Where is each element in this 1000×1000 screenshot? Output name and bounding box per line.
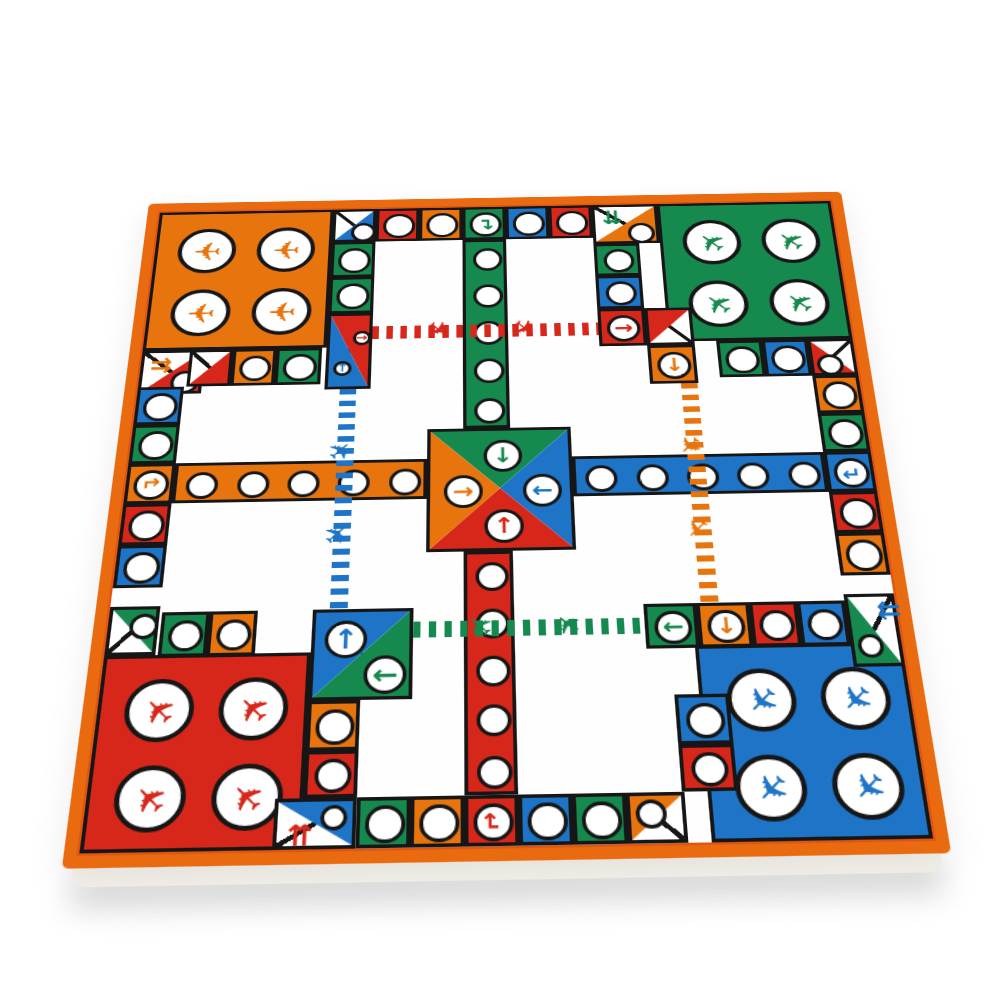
arrow-icon: ↴ [483,810,505,835]
spot-circle [477,705,512,737]
spot-circle [142,393,179,421]
home-stretch-red [464,551,519,796]
spot-circle [585,465,618,492]
track-cell-orange [230,348,277,385]
spot-circle [365,805,405,843]
track-cell-green [572,793,629,845]
plane-icon-orange: ✈ [266,298,296,325]
corner-triangle-blue [332,209,377,242]
spot-circle [736,462,771,489]
corner-triangle-red [807,338,858,375]
spot-circle [806,609,845,640]
spot-circle [844,540,884,571]
spot-circle [167,620,205,651]
hangar-plane-circle: ✈ [828,752,909,820]
spot-circle: ↓ [656,351,693,379]
spot-circle [605,281,637,305]
spot-circle [770,346,807,373]
flight-marker-orange: ↓ [696,602,753,648]
track-cell-orange [306,700,361,751]
hangar-orange: ✈✈✈✈ [143,210,334,351]
flight-marker-red: → [597,308,647,346]
spot-circle [513,212,545,236]
track-cell-blue [796,600,850,646]
spot-circle [389,468,421,495]
track-cell-green [818,412,871,452]
spot-circle [725,346,761,373]
spot-circle [475,562,509,591]
track-cell-orange [812,375,864,413]
track-cell-blue [113,545,167,589]
spot-circle [351,223,377,242]
spot-circle [690,752,730,787]
track-cell-orange [410,795,465,847]
hangar-plane-circle: ✈ [686,280,751,328]
spot-circle [122,552,161,583]
entry-cell-orange: ↴ [123,463,176,504]
arrow-icon: ↴ [477,217,494,233]
track-cell-blue [518,794,574,846]
spot-circle: ↴ [474,804,514,842]
spot-circle [787,461,823,488]
flying-chess-mat: ↓←↑→✈✈✈✈✈✈✈✈✈✈✈✈✈✈✈✈↴⇊↴⇇⇈↴⇉↴→↑→↓←↓↑←✈✈✈✈… [62,192,951,869]
plane-icon-blue: ✈ [841,761,895,811]
game-board: ↓←↑→✈✈✈✈✈✈✈✈✈✈✈✈✈✈✈✈↴⇊↴⇇⇈↴⇉↴→↑→↓←↓↑←✈✈✈✈… [79,201,933,853]
corner-triangle-orange [626,792,689,844]
flight-plane-icon-red: ✈ [420,315,456,344]
entry-cell-blue: ↴ [823,451,877,492]
track-cell-green [593,243,641,276]
spot-circle [474,398,505,424]
track-cell-red [548,205,593,238]
hangar-plane-circle: ✈ [732,754,811,822]
corner-triangle-fill [190,352,230,384]
spot-circle [236,471,270,498]
track-cell-blue [133,387,184,426]
spot-circle [838,498,878,528]
spot-circle [314,759,352,794]
plane-icon-orange: ✈ [185,299,216,326]
spot-circle [282,354,317,381]
plane-icon-green: ✈ [690,226,733,259]
hangar-plane-circle: ✈ [767,279,833,327]
track-cell-blue [595,275,644,309]
track-cell-red [749,601,802,647]
plane-icon-blue: ✈ [744,763,798,813]
double-arrow-icon-blue: ⇇ [875,598,903,624]
spot-circle: → [606,315,642,342]
spot-circle [556,211,588,235]
plane-icon-green: ✈ [778,285,822,320]
hangar-plane-circle: ✈ [817,666,895,730]
track-cell-green [716,340,766,377]
arrow-icon: → [356,332,368,343]
track-cell-green [328,277,374,314]
plane-icon-blue: ✈ [736,677,788,724]
corner-transition-blue: ⇇ [843,593,905,667]
spot-circle: ↴ [132,470,170,499]
track-cell-red [678,744,738,792]
arrow-icon: ↑ [332,625,359,652]
flight-plane-icon-orange: ✈ [678,512,718,545]
spot-circle [473,284,503,308]
spot-circle [383,214,415,238]
spot-circle [635,464,669,491]
plane-icon-green: ✈ [697,286,741,321]
spot-circle [827,419,865,447]
flight-marker-green: ← [643,603,700,649]
spot-circle [336,284,369,309]
plane-icon-red: ✈ [123,774,177,824]
corner-transition-red: ⇈ [272,797,357,850]
spot-circle [287,470,321,497]
spot-circle [137,431,174,460]
spot-circle [473,248,503,271]
flight-plane-icon-blue: ✈ [317,518,356,552]
plane-icon-red: ✈ [220,772,273,822]
flight-path-green: ✈✈ [413,618,645,638]
spot-circle [127,511,165,541]
center-goal: ↓←↑→ [426,427,576,553]
corner-triangle-red [186,349,233,386]
arrow-icon: ↓ [664,356,685,375]
entry-cell-green: ↴ [462,207,506,240]
double-arrow-icon-red: ⇈ [286,821,314,851]
track-cell-blue [505,206,549,239]
spot-circle [821,381,859,409]
hangar-plane-circle: ✈ [250,288,313,336]
track-cell-green [128,424,180,464]
spot-circle [476,655,511,686]
track-cell-blue [762,339,813,376]
track-cell-orange [206,611,258,657]
track-cell-orange [835,532,891,575]
arrow-icon: ← [372,661,399,689]
spot-circle [420,804,459,842]
hangar-plane-circle: ✈ [759,218,823,263]
track-cell-green [330,242,375,278]
arrow-icon: ← [662,616,685,639]
hangar-plane-circle: ✈ [216,677,290,741]
arrow-icon: ↑ [336,363,348,374]
spot-circle: ← [654,611,693,644]
track-cell-green [355,796,410,848]
track-cell-orange [419,207,463,240]
plane-icon-orange: ✈ [192,238,222,264]
spot-circle [185,472,220,499]
plane-icon-green: ✈ [769,224,812,257]
corner-transition-green: ⇊ [591,204,660,244]
spot-circle [315,709,354,744]
track-cell-red [303,750,358,798]
product-photo: ↓←↑→✈✈✈✈✈✈✈✈✈✈✈✈✈✈✈✈↴⇊↴⇇⇈↴⇉↴→↑→↓←↓↑←✈✈✈✈… [0,0,1000,1000]
double-arrow-icon-orange: ⇉ [149,355,173,376]
plane-icon-red: ✈ [227,685,279,732]
flight-plane-icon-green: ✈ [548,606,589,642]
mat-perspective-wrap: ↓←↑→✈✈✈✈✈✈✈✈✈✈✈✈✈✈✈✈↴⇊↴⇇⇈↴⇉↴→↑→↓←↓↑←✈✈✈✈… [62,192,951,869]
plane-icon-red: ✈ [133,687,185,734]
arrow-icon: ↑ [493,515,515,537]
track-cell-red [118,503,171,545]
hangar-plane-circle: ✈ [255,227,316,272]
arrow-icon: ↓ [492,445,513,466]
track-cell-green [157,612,210,658]
hangar-plane-circle: ✈ [110,765,189,833]
spot-circle [215,619,252,650]
arrow-icon: → [453,481,474,503]
arrow-icon: ↓ [715,615,738,638]
arrow-icon: ↴ [839,465,864,481]
spot-circle [338,248,371,273]
track-cell-blue [674,694,733,745]
track-cell-red [829,491,884,533]
flight-corner-cell: →↑ [324,313,373,390]
track-cell-red [375,208,419,241]
double-arrow-icon-green: ⇊ [601,209,623,228]
hangar-plane-circle: ✈ [681,220,744,265]
hangar-plane-circle: ✈ [168,289,233,337]
home-stretch-orange [172,459,428,503]
plane-icon-orange: ✈ [271,237,301,263]
spot-circle [758,610,796,641]
spot-circle [238,356,271,382]
arrow-icon: → [614,319,634,337]
spot-circle [528,803,568,841]
corner-triangle-green [104,606,160,656]
arrow-icon: ← [532,479,554,501]
hangar-plane-circle: ✈ [121,678,197,742]
corner-triangle-fill [648,310,692,343]
spot-circle [474,359,505,384]
track-cell-green [274,348,322,385]
hangar-plane-circle: ✈ [175,228,238,273]
flight-marker-orange: ↓ [647,345,698,384]
flight-path-red: ✈✈ [372,322,599,339]
spot-circle [427,213,458,237]
spot-circle [582,802,623,840]
spot-circle: ↴ [832,458,871,487]
spot-circle: ↴ [470,212,501,236]
entry-cell-red: ↴ [464,795,519,847]
spot-circle [603,249,635,273]
corner-triangle-red [644,307,695,345]
flight-corner-cell: ↑← [308,608,413,701]
spot-circle [477,755,513,789]
spot-circle [684,702,727,739]
spot-circle: ↓ [707,610,747,643]
hangar-plane-circle: ✈ [724,668,800,732]
arrow-icon: ↴ [139,477,164,493]
flight-plane-icon-red: ✈ [506,314,542,343]
plane-icon-blue: ✈ [830,675,882,722]
